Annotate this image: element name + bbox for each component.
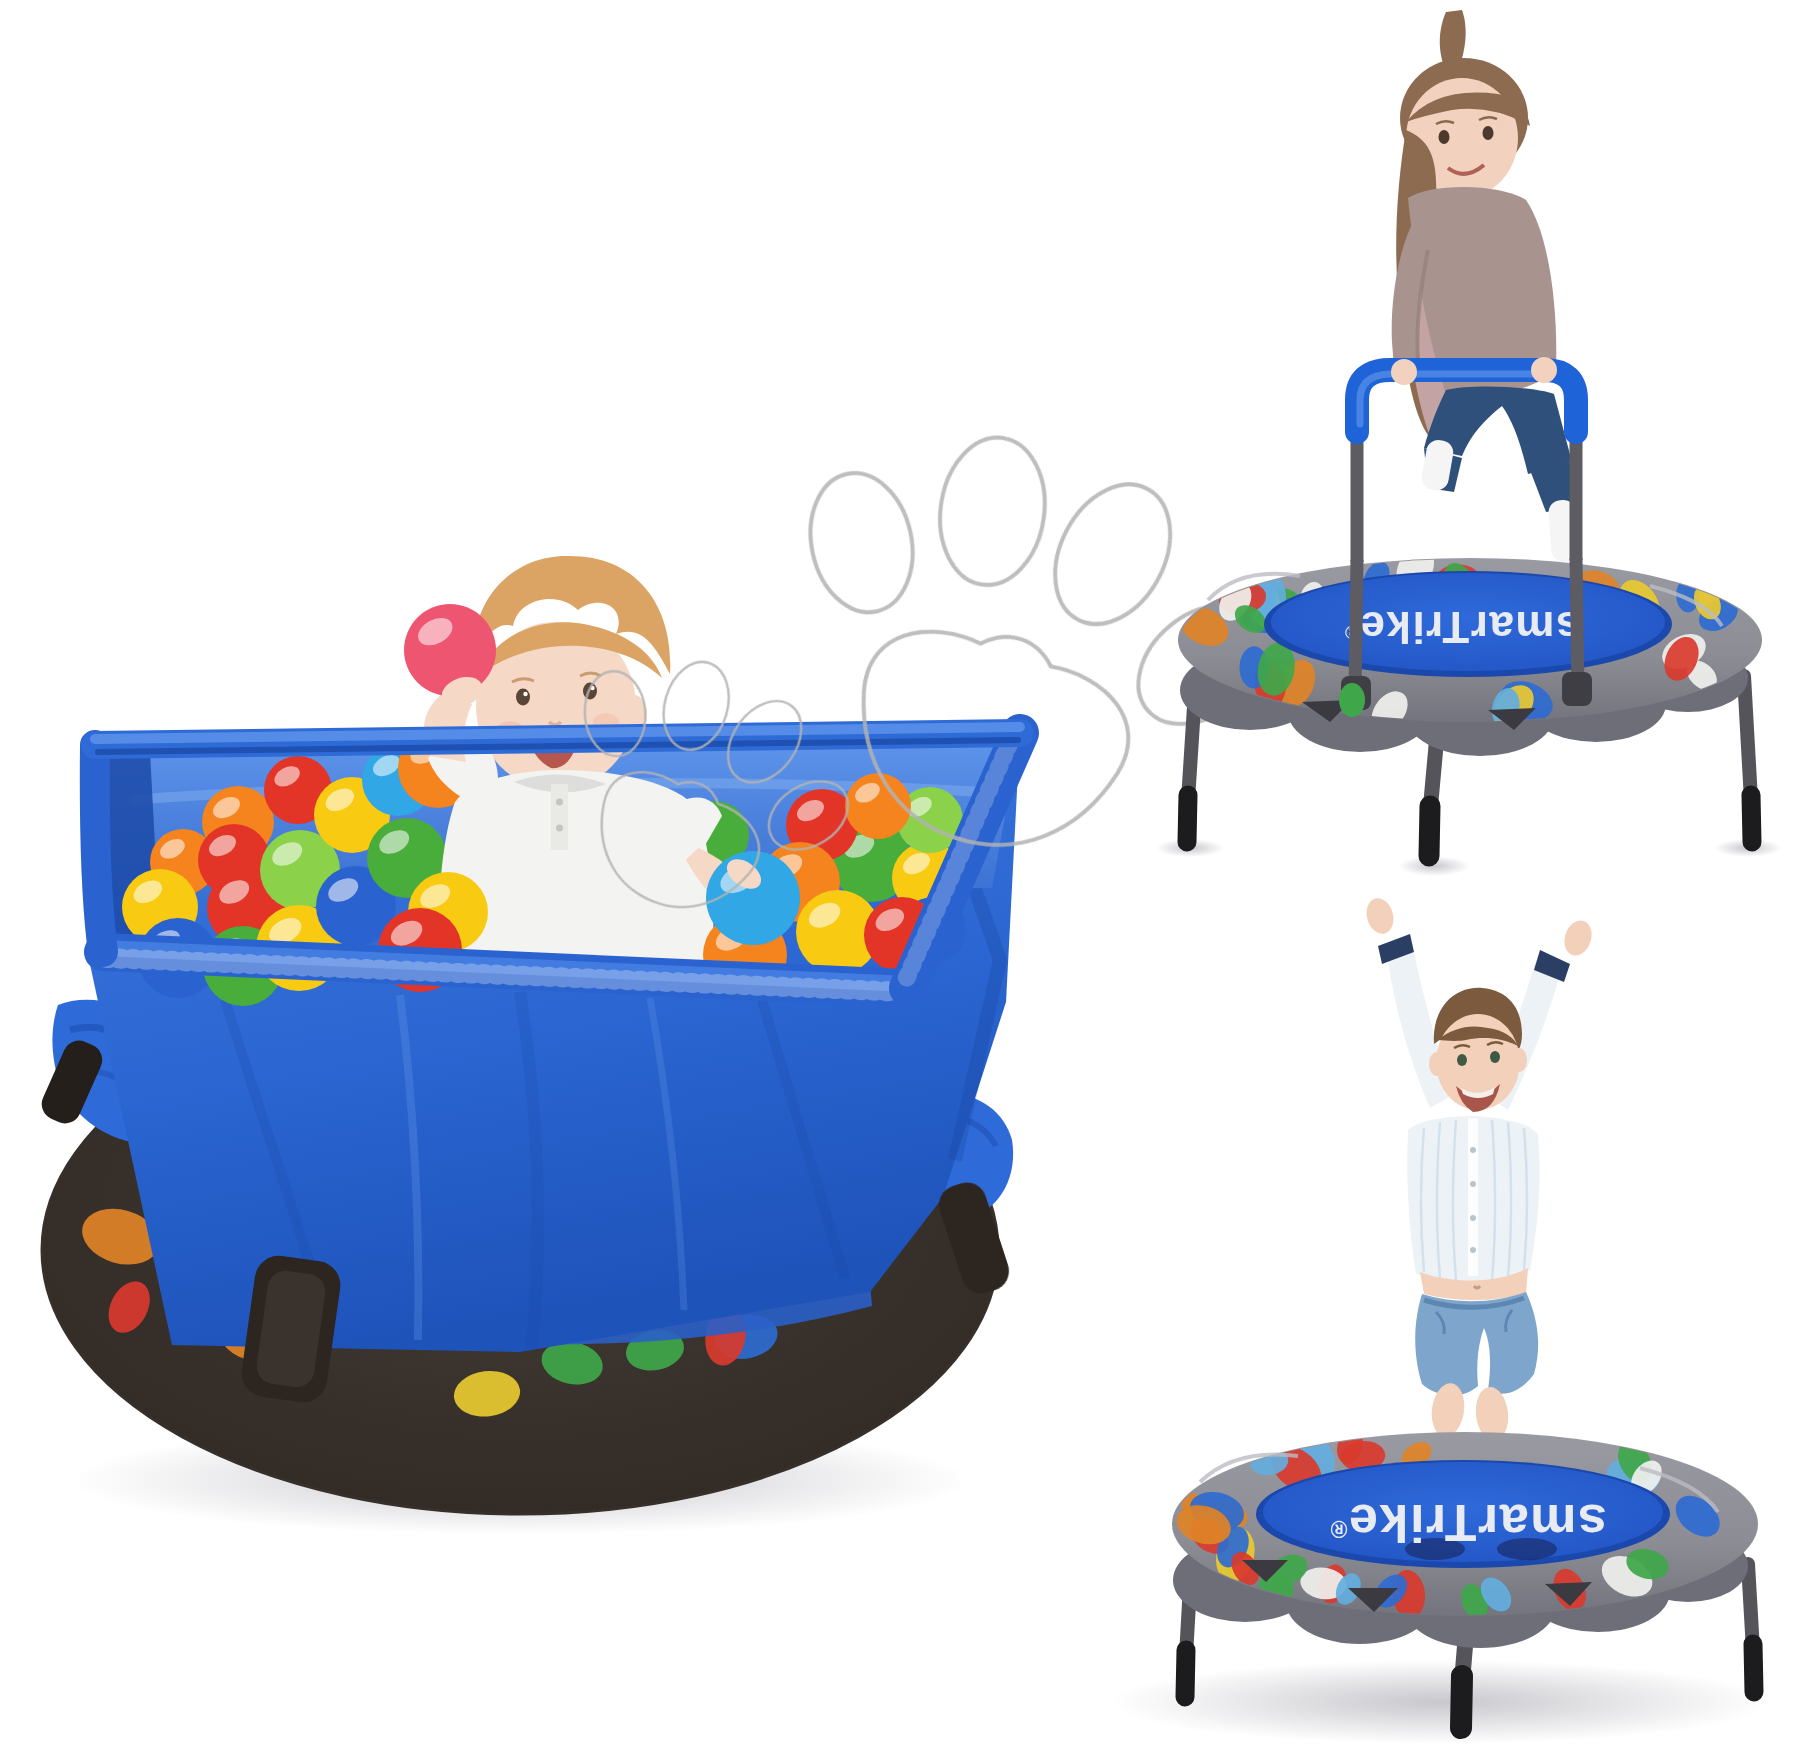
trampoline2-floor-shadow	[1110, 1660, 1770, 1744]
right-pole-lower	[1576, 558, 1578, 692]
pit-left-corner-rim	[95, 745, 103, 952]
product-collage: smarTrike®	[0, 0, 1808, 1750]
girl	[1392, 10, 1579, 563]
toddler-button1	[556, 799, 563, 806]
held-pink-ball	[404, 604, 496, 696]
smartrike-logo-bottom: smarTrike®	[1329, 1494, 1607, 1552]
boy-ear-left	[1429, 1052, 1445, 1076]
left-pole-lower	[1355, 560, 1357, 696]
right-pole-clamp	[1562, 672, 1592, 706]
girl-right-hand	[1391, 359, 1417, 385]
boy	[1363, 895, 1596, 1442]
handlebar-trampoline-view: smarTrike®	[1156, 10, 1782, 876]
boy-right-hand	[1560, 917, 1596, 959]
boy-left-hand	[1363, 895, 1397, 937]
plain-trampoline-view: smarTrike®	[1110, 895, 1770, 1744]
collage-art: smarTrike®	[0, 0, 1808, 1750]
girl-left-hand	[1531, 357, 1557, 383]
left-clamp-green	[1339, 683, 1365, 717]
toddler-button2	[556, 825, 563, 832]
toddler-placket	[551, 784, 568, 850]
ball-pit-view	[37, 556, 1020, 1535]
smartrike-logo-top: smarTrike®	[1344, 603, 1581, 652]
boy-ear-right	[1511, 1048, 1527, 1072]
play-ball	[404, 604, 496, 696]
